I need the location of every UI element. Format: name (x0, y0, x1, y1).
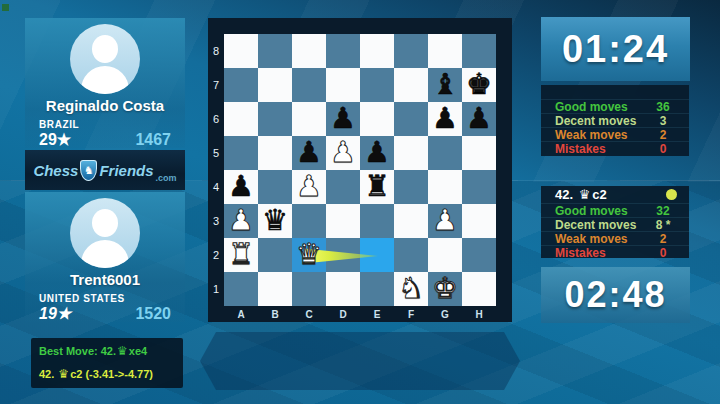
piece-white-rook: ♜ (224, 238, 258, 272)
square-f4[interactable] (394, 170, 428, 204)
stat-label: Weak moves (555, 232, 643, 246)
piece-black-bishop: ♝ (428, 68, 462, 102)
stat-value: 8 * (643, 218, 683, 232)
square-e6[interactable] (360, 102, 394, 136)
square-e3[interactable] (360, 204, 394, 238)
file-label-a: A (224, 306, 258, 322)
avatar-head (92, 35, 118, 63)
square-a3[interactable]: ♟ (224, 204, 258, 238)
square-d6[interactable]: ♟ (326, 102, 360, 136)
piece-white-knight: ♞ (394, 272, 428, 306)
best-move-panel: Best Move: 42.♛xe4 42. ♛c2 (-3.41->-4.77… (31, 338, 183, 388)
piece-black-pawn: ♟ (360, 136, 394, 170)
avatar-shoulders (81, 66, 129, 94)
square-f3[interactable] (394, 204, 428, 238)
stat-row-weak: Weak moves2 (541, 231, 689, 245)
square-h8[interactable] (462, 34, 496, 68)
piece-black-pawn: ♟ (428, 102, 462, 136)
square-b3[interactable]: ♛ (258, 204, 292, 238)
player-name: Reginaldo Costa (25, 97, 185, 114)
best-move-text: xe4 (129, 345, 147, 357)
clock-top: 01:24 (541, 17, 690, 81)
stat-label: Mistakes (555, 246, 643, 260)
logo-suffix: .com (156, 173, 177, 183)
square-d5[interactable]: ♟ (326, 136, 360, 170)
square-c4[interactable]: ♟ (292, 170, 326, 204)
stat-row-mistakes: Mistakes0 (541, 245, 689, 259)
square-h2[interactable] (462, 238, 496, 272)
stat-row-good: Good moves36 (541, 99, 689, 113)
square-b5[interactable] (258, 136, 292, 170)
square-b1[interactable] (258, 272, 292, 306)
player-name: Trent6001 (25, 271, 185, 288)
stat-row-weak: Weak moves2 (541, 127, 689, 141)
move-number: 42. (555, 187, 573, 202)
square-g5[interactable] (428, 136, 462, 170)
square-e1[interactable] (360, 272, 394, 306)
rank-label-5: 5 (208, 136, 224, 170)
chess4friends-logo: Chess ♞ Friends .com (25, 150, 185, 190)
square-b8[interactable] (258, 34, 292, 68)
piece-black-rook: ♜ (360, 170, 394, 204)
avatar-head (92, 209, 118, 237)
piece-white-pawn: ♟ (292, 170, 326, 204)
piece-white-queen: ♛ (292, 238, 326, 272)
best-move-line: Best Move: 42.♛xe4 (39, 344, 183, 358)
rank-label-7: 7 (208, 68, 224, 102)
piece-black-queen: ♛ (258, 204, 292, 238)
file-label-h: H (462, 306, 496, 322)
star-icon: ★ (57, 131, 71, 148)
player-country: UNITED STATES (39, 293, 125, 304)
piece-black-king: ♚ (462, 68, 496, 102)
star-icon: ★ (57, 305, 71, 322)
file-label-g: G (428, 306, 462, 322)
square-g8[interactable] (428, 34, 462, 68)
avatar (70, 198, 140, 268)
piece-black-pawn: ♟ (326, 102, 360, 136)
stat-value: 0 (643, 142, 683, 156)
square-e5[interactable]: ♟ (360, 136, 394, 170)
avatar-shoulders (81, 240, 129, 268)
rank-label-1: 1 (208, 272, 224, 306)
square-g6[interactable]: ♟ (428, 102, 462, 136)
square-a1[interactable] (224, 272, 258, 306)
file-label-b: B (258, 306, 292, 322)
stat-value: 2 (643, 232, 683, 246)
square-a7[interactable] (224, 68, 258, 102)
file-label-f: F (394, 306, 428, 322)
artifact-dot (2, 4, 9, 11)
square-b7[interactable] (258, 68, 292, 102)
file-label-c: C (292, 306, 326, 322)
square-h4[interactable] (462, 170, 496, 204)
logo-text-chess: Chess (33, 162, 78, 179)
square-d1[interactable] (326, 272, 360, 306)
square-c3[interactable] (292, 204, 326, 238)
square-c6[interactable] (292, 102, 326, 136)
square-a8[interactable] (224, 34, 258, 68)
stats-panel-bottom: 42. ♛c2 Good moves32 Decent moves8 * Wea… (541, 186, 689, 258)
stat-row-mistakes: Mistakes0 (541, 141, 689, 155)
played-move-prefix: 42. (39, 368, 54, 380)
piece-black-pawn: ♟ (462, 102, 496, 136)
stat-label: Weak moves (555, 128, 643, 142)
background-diamond-band (200, 332, 520, 390)
rank-labels: 87654321 (208, 34, 224, 306)
file-label-d: D (326, 306, 360, 322)
stars-count: 29 (39, 131, 57, 148)
square-h6[interactable]: ♟ (462, 102, 496, 136)
piece-white-pawn: ♟ (326, 136, 360, 170)
rank-label-2: 2 (208, 238, 224, 272)
queen-icon: ♛ (579, 187, 591, 202)
knight-icon: ♞ (84, 165, 94, 176)
square-d3[interactable] (326, 204, 360, 238)
played-move-line: 42. ♛c2 (-3.41->-4.77) (39, 367, 183, 381)
stat-value: 36 (643, 100, 683, 114)
square-g4[interactable] (428, 170, 462, 204)
square-f2[interactable] (394, 238, 428, 272)
player-stars: 19★ (39, 304, 71, 323)
piece-white-king: ♚ (428, 272, 462, 306)
stat-row-decent: Decent moves8 * (541, 217, 689, 231)
square-h5[interactable] (462, 136, 496, 170)
square-c5[interactable]: ♟ (292, 136, 326, 170)
square-d7[interactable] (326, 68, 360, 102)
stat-row-decent: Decent moves3 (541, 113, 689, 127)
player-stars: 29★ (39, 130, 71, 149)
queen-icon: ♛ (58, 367, 69, 381)
square-h7[interactable]: ♚ (462, 68, 496, 102)
chess-board: ♝♚♟♟♟♟♟♟♟♟♜♟♛♟♜♛♞♚ (224, 34, 496, 306)
square-a4[interactable]: ♟ (224, 170, 258, 204)
square-f8[interactable] (394, 34, 428, 68)
move-label: 42. ♛c2 (555, 187, 607, 202)
player-card-bottom: Trent6001 UNITED STATES 19★ 1520 (25, 192, 185, 322)
square-a2[interactable]: ♜ (224, 238, 258, 272)
square-g3[interactable]: ♟ (428, 204, 462, 238)
square-a6[interactable] (224, 102, 258, 136)
stat-row-good: Good moves32 (541, 203, 689, 217)
piece-black-pawn: ♟ (224, 170, 258, 204)
square-f6[interactable] (394, 102, 428, 136)
file-labels: ABCDEFGH (224, 306, 496, 322)
logo-text-friends: Friends (99, 162, 153, 179)
square-b4[interactable] (258, 170, 292, 204)
piece-white-pawn: ♟ (224, 204, 258, 238)
shield-knight-icon: ♞ (80, 160, 97, 181)
piece-black-pawn: ♟ (292, 136, 326, 170)
stars-count: 19 (39, 305, 57, 322)
piece-white-pawn: ♟ (428, 204, 462, 238)
square-e4[interactable]: ♜ (360, 170, 394, 204)
rank-label-6: 6 (208, 102, 224, 136)
square-a5[interactable] (224, 136, 258, 170)
square-e8[interactable] (360, 34, 394, 68)
square-d8[interactable] (326, 34, 360, 68)
square-f1[interactable]: ♞ (394, 272, 428, 306)
stats-panel-top: Good moves36 Decent moves3 Weak moves2 M… (541, 85, 689, 156)
queen-icon: ♛ (117, 344, 128, 358)
square-g7[interactable]: ♝ (428, 68, 462, 102)
player-rating: 1467 (135, 131, 171, 149)
best-move-prefix: Best Move: 42. (39, 345, 116, 357)
rank-label-3: 3 (208, 204, 224, 238)
stat-value: 2 (643, 128, 683, 142)
square-c8[interactable] (292, 34, 326, 68)
file-label-e: E (360, 306, 394, 322)
stat-label: Good moves (555, 204, 643, 218)
square-c1[interactable] (292, 272, 326, 306)
square-g2[interactable] (428, 238, 462, 272)
stat-value: 3 (643, 114, 683, 128)
stat-label: Decent moves (555, 218, 643, 232)
stat-label: Good moves (555, 100, 643, 114)
square-b6[interactable] (258, 102, 292, 136)
rank-label-4: 4 (208, 170, 224, 204)
square-b2[interactable] (258, 238, 292, 272)
square-e7[interactable] (360, 68, 394, 102)
square-f7[interactable] (394, 68, 428, 102)
rank-label-8: 8 (208, 34, 224, 68)
square-c7[interactable] (292, 68, 326, 102)
clock-bottom: 02:48 (541, 267, 690, 323)
square-f5[interactable] (394, 136, 428, 170)
square-d4[interactable] (326, 170, 360, 204)
stat-label: Mistakes (555, 142, 643, 156)
avatar (70, 24, 140, 94)
stat-label: Decent moves (555, 114, 643, 128)
square-h1[interactable] (462, 272, 496, 306)
player-card-top: Reginaldo Costa BRAZIL 29★ 1467 (25, 18, 185, 148)
square-g1[interactable]: ♚ (428, 272, 462, 306)
player-country: BRAZIL (39, 119, 79, 130)
move-square: c2 (592, 187, 606, 202)
board-panel: 87654321 ♝♚♟♟♟♟♟♟♟♟♜♟♛♟♜♛♞♚ ABCDEFGH (208, 18, 512, 322)
played-move-eval: c2 (-3.41->-4.77) (70, 368, 153, 380)
square-c2[interactable]: ♛ (292, 238, 326, 272)
move-header: 42. ♛c2 (541, 186, 689, 203)
stat-value: 32 (643, 204, 683, 218)
square-h3[interactable] (462, 204, 496, 238)
turn-indicator-dot (666, 189, 677, 200)
stat-value: 0 (643, 246, 683, 260)
player-rating: 1520 (135, 305, 171, 323)
